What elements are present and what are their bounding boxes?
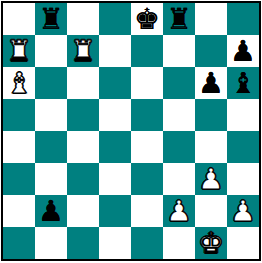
square-d8[interactable] (99, 3, 131, 35)
chess-board: ♜♚♜♜♜♟♝♟♝♟♟♟♟♚ (1, 1, 261, 261)
piece-black-rook: ♜ (166, 3, 192, 35)
square-c6[interactable] (67, 67, 99, 99)
piece-white-king: ♚ (198, 227, 224, 259)
square-a6[interactable]: ♝ (3, 67, 35, 99)
square-c3[interactable] (67, 163, 99, 195)
piece-white-rook: ♜ (6, 35, 32, 67)
square-h2[interactable]: ♟ (227, 195, 259, 227)
square-e3[interactable] (131, 163, 163, 195)
piece-white-pawn: ♟ (230, 195, 256, 227)
square-g5[interactable] (195, 99, 227, 131)
square-g6[interactable]: ♟ (195, 67, 227, 99)
square-d4[interactable] (99, 131, 131, 163)
piece-white-bishop: ♝ (6, 67, 32, 99)
square-d5[interactable] (99, 99, 131, 131)
square-d7[interactable] (99, 35, 131, 67)
square-h5[interactable] (227, 99, 259, 131)
square-d1[interactable] (99, 227, 131, 259)
square-g3[interactable]: ♟ (195, 163, 227, 195)
square-a8[interactable] (3, 3, 35, 35)
square-f6[interactable] (163, 67, 195, 99)
square-g7[interactable] (195, 35, 227, 67)
square-e1[interactable] (131, 227, 163, 259)
square-d6[interactable] (99, 67, 131, 99)
square-c4[interactable] (67, 131, 99, 163)
square-f3[interactable] (163, 163, 195, 195)
piece-black-pawn: ♟ (230, 35, 256, 67)
square-f7[interactable] (163, 35, 195, 67)
square-a4[interactable] (3, 131, 35, 163)
square-a7[interactable]: ♜ (3, 35, 35, 67)
piece-white-rook: ♜ (70, 35, 96, 67)
square-b2[interactable]: ♟ (35, 195, 67, 227)
piece-white-pawn: ♟ (198, 163, 224, 195)
square-g2[interactable] (195, 195, 227, 227)
square-e4[interactable] (131, 131, 163, 163)
square-g8[interactable] (195, 3, 227, 35)
square-c8[interactable] (67, 3, 99, 35)
square-b6[interactable] (35, 67, 67, 99)
square-e8[interactable]: ♚ (131, 3, 163, 35)
piece-black-king: ♚ (134, 3, 160, 35)
square-e2[interactable] (131, 195, 163, 227)
square-c5[interactable] (67, 99, 99, 131)
square-h8[interactable] (227, 3, 259, 35)
square-b7[interactable] (35, 35, 67, 67)
square-h3[interactable] (227, 163, 259, 195)
square-h6[interactable]: ♝ (227, 67, 259, 99)
square-f2[interactable]: ♟ (163, 195, 195, 227)
square-a5[interactable] (3, 99, 35, 131)
square-e7[interactable] (131, 35, 163, 67)
piece-black-bishop: ♝ (230, 67, 256, 99)
square-f5[interactable] (163, 99, 195, 131)
square-b5[interactable] (35, 99, 67, 131)
square-c2[interactable] (67, 195, 99, 227)
square-h7[interactable]: ♟ (227, 35, 259, 67)
square-f8[interactable]: ♜ (163, 3, 195, 35)
square-b4[interactable] (35, 131, 67, 163)
square-e6[interactable] (131, 67, 163, 99)
square-h4[interactable] (227, 131, 259, 163)
square-h1[interactable] (227, 227, 259, 259)
square-a3[interactable] (3, 163, 35, 195)
square-b1[interactable] (35, 227, 67, 259)
square-e5[interactable] (131, 99, 163, 131)
square-f1[interactable] (163, 227, 195, 259)
square-b3[interactable] (35, 163, 67, 195)
square-c1[interactable] (67, 227, 99, 259)
square-d2[interactable] (99, 195, 131, 227)
square-g4[interactable] (195, 131, 227, 163)
square-b8[interactable]: ♜ (35, 3, 67, 35)
square-f4[interactable] (163, 131, 195, 163)
piece-black-rook: ♜ (38, 3, 64, 35)
square-a2[interactable] (3, 195, 35, 227)
chess-board-window: ♜♚♜♜♜♟♝♟♝♟♟♟♟♚ (0, 0, 262, 263)
square-g1[interactable]: ♚ (195, 227, 227, 259)
piece-white-pawn: ♟ (166, 195, 192, 227)
square-c7[interactable]: ♜ (67, 35, 99, 67)
piece-black-pawn: ♟ (198, 67, 224, 99)
square-d3[interactable] (99, 163, 131, 195)
piece-black-pawn: ♟ (38, 195, 64, 227)
square-a1[interactable] (3, 227, 35, 259)
